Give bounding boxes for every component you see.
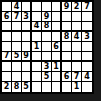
cell-empty-r8c3[interactable] (22, 72, 32, 82)
cell-empty-r6c9[interactable] (82, 52, 92, 62)
cell-empty-r2c9[interactable] (82, 12, 92, 22)
cell-empty-r7c9[interactable] (82, 62, 92, 72)
cell-empty-r3c9[interactable] (82, 22, 92, 32)
cell-empty-r3c2[interactable] (12, 22, 22, 32)
cell-empty-r6c5[interactable] (42, 52, 52, 62)
cell-given-r5c4: 1 (32, 42, 42, 52)
cell-given-r3c4: 4 (32, 22, 42, 32)
cell-empty-r2c4[interactable] (32, 12, 42, 22)
cell-empty-r8c1[interactable] (2, 72, 12, 82)
cell-given-r8c8: 7 (72, 72, 82, 82)
cell-empty-r5c5[interactable] (42, 42, 52, 52)
cell-empty-r2c6[interactable] (52, 12, 62, 22)
cell-given-r4c7: 8 (62, 32, 72, 42)
sudoku-board: 4927673948843167593156742851 (0, 0, 94, 94)
cell-given-r7c5: 3 (42, 62, 52, 72)
cell-given-r1c7: 9 (62, 2, 72, 12)
cell-empty-r7c7[interactable] (62, 62, 72, 72)
cell-given-r6c2: 5 (12, 52, 22, 62)
cell-empty-r5c2[interactable] (12, 42, 22, 52)
cell-empty-r3c1[interactable] (2, 22, 12, 32)
cell-empty-r9c9[interactable] (82, 82, 92, 92)
cell-empty-r1c3[interactable] (22, 2, 32, 12)
cell-given-r2c3: 3 (22, 12, 32, 22)
cell-given-r1c9: 7 (82, 2, 92, 12)
cell-given-r8c9: 4 (82, 72, 92, 82)
cell-empty-r7c3[interactable] (22, 62, 32, 72)
cell-empty-r5c1[interactable] (2, 42, 12, 52)
cell-empty-r7c2[interactable] (12, 62, 22, 72)
cell-given-r9c2: 8 (12, 82, 22, 92)
cell-empty-r4c5[interactable] (42, 32, 52, 42)
cell-given-r4c8: 4 (72, 32, 82, 42)
cell-empty-r5c8[interactable] (72, 42, 82, 52)
cell-empty-r8c2[interactable] (12, 72, 22, 82)
cell-empty-r7c1[interactable] (2, 62, 12, 72)
cell-empty-r6c8[interactable] (72, 52, 82, 62)
cell-empty-r3c6[interactable] (52, 22, 62, 32)
cell-empty-r3c3[interactable] (22, 22, 32, 32)
cell-empty-r9c4[interactable] (32, 82, 42, 92)
cell-empty-r9c6[interactable] (52, 82, 62, 92)
cell-empty-r5c3[interactable] (22, 42, 32, 52)
cell-empty-r8c6[interactable] (52, 72, 62, 82)
cell-given-r9c1: 2 (2, 82, 12, 92)
cell-empty-r8c4[interactable] (32, 72, 42, 82)
cell-empty-r5c9[interactable] (82, 42, 92, 52)
cell-given-r9c8: 1 (72, 82, 82, 92)
cell-empty-r6c6[interactable] (52, 52, 62, 62)
cell-empty-r7c4[interactable] (32, 62, 42, 72)
cell-empty-r1c4[interactable] (32, 2, 42, 12)
cell-given-r1c8: 2 (72, 2, 82, 12)
cell-given-r9c3: 5 (22, 82, 32, 92)
cell-empty-r7c8[interactable] (72, 62, 82, 72)
cell-given-r4c9: 3 (82, 32, 92, 42)
cell-given-r5c6: 6 (52, 42, 62, 52)
cell-given-r2c2: 7 (12, 12, 22, 22)
cell-given-r2c1: 6 (2, 12, 12, 22)
cell-empty-r4c6[interactable] (52, 32, 62, 42)
cell-given-r3c5: 8 (42, 22, 52, 32)
cell-empty-r1c6[interactable] (52, 2, 62, 12)
cell-given-r7c6: 1 (52, 62, 62, 72)
cell-empty-r4c2[interactable] (12, 32, 22, 42)
cell-given-r2c5: 9 (42, 12, 52, 22)
cell-given-r1c2: 4 (12, 2, 22, 12)
cell-given-r6c3: 9 (22, 52, 32, 62)
cell-given-r8c5: 5 (42, 72, 52, 82)
cell-empty-r3c8[interactable] (72, 22, 82, 32)
cell-empty-r4c4[interactable] (32, 32, 42, 42)
cell-empty-r2c8[interactable] (72, 12, 82, 22)
cell-empty-r4c1[interactable] (2, 32, 12, 42)
cell-empty-r6c7[interactable] (62, 52, 72, 62)
cell-empty-r6c4[interactable] (32, 52, 42, 62)
cell-given-r6c1: 7 (2, 52, 12, 62)
cell-empty-r2c7[interactable] (62, 12, 72, 22)
cell-empty-r3c7[interactable] (62, 22, 72, 32)
cell-empty-r4c3[interactable] (22, 32, 32, 42)
cell-empty-r9c7[interactable] (62, 82, 72, 92)
cell-empty-r9c5[interactable] (42, 82, 52, 92)
cell-empty-r1c1[interactable] (2, 2, 12, 12)
cell-empty-r1c5[interactable] (42, 2, 52, 12)
cell-given-r8c7: 6 (62, 72, 72, 82)
cell-empty-r5c7[interactable] (62, 42, 72, 52)
